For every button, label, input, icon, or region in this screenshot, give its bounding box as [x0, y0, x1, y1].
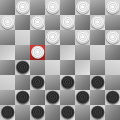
- white-piece[interactable]: [106, 30, 120, 44]
- black-piece[interactable]: [106, 90, 120, 104]
- square-r2c7[interactable]: [105, 30, 120, 45]
- square-r6c0[interactable]: [0, 90, 15, 105]
- square-r4c5[interactable]: [75, 60, 90, 75]
- square-r0c6[interactable]: [90, 0, 105, 15]
- square-r0c0[interactable]: [0, 0, 15, 15]
- square-r0c7[interactable]: [105, 0, 120, 15]
- square-r4c3[interactable]: [45, 60, 60, 75]
- square-r0c2[interactable]: [30, 0, 45, 15]
- square-r6c4[interactable]: [60, 90, 75, 105]
- black-piece[interactable]: [46, 90, 60, 104]
- white-piece[interactable]: [1, 15, 15, 28]
- square-r4c0[interactable]: [0, 60, 15, 75]
- square-r5c5[interactable]: [75, 75, 90, 90]
- white-piece[interactable]: [46, 0, 60, 14]
- square-r1c7[interactable]: [105, 15, 120, 30]
- square-r6c3[interactable]: [45, 90, 60, 105]
- white-piece[interactable]: [46, 30, 60, 44]
- white-piece[interactable]: [91, 15, 105, 28]
- black-piece[interactable]: [76, 90, 90, 104]
- black-piece[interactable]: [31, 75, 45, 89]
- square-r7c3[interactable]: [45, 105, 60, 120]
- square-r0c5[interactable]: [75, 0, 90, 15]
- square-r0c3[interactable]: [45, 0, 60, 15]
- square-r5c0[interactable]: [0, 75, 15, 90]
- white-piece[interactable]: [106, 0, 120, 14]
- square-r3c5[interactable]: [75, 45, 90, 60]
- square-r7c4[interactable]: [60, 105, 75, 120]
- white-piece[interactable]: [61, 15, 75, 28]
- square-r1c1[interactable]: [15, 15, 30, 30]
- square-r2c4[interactable]: [60, 30, 75, 45]
- square-r1c3[interactable]: [45, 15, 60, 30]
- square-r5c7[interactable]: [105, 75, 120, 90]
- square-r2c1[interactable]: [15, 30, 30, 45]
- square-r3c3[interactable]: [45, 45, 60, 60]
- square-r6c2[interactable]: [30, 90, 45, 105]
- white-piece[interactable]: [76, 30, 90, 44]
- square-r2c6[interactable]: [90, 30, 105, 45]
- square-r1c2[interactable]: [30, 15, 45, 30]
- black-piece[interactable]: [91, 105, 105, 119]
- square-r3c7[interactable]: [105, 45, 120, 60]
- square-r3c2-highlighted[interactable]: [30, 45, 45, 60]
- square-r2c0[interactable]: [0, 30, 15, 45]
- square-r7c0[interactable]: [0, 105, 15, 120]
- square-r1c0[interactable]: [0, 15, 15, 30]
- white-piece[interactable]: [76, 0, 90, 14]
- square-r2c2[interactable]: [30, 30, 45, 45]
- square-r3c1[interactable]: [15, 45, 30, 60]
- square-r6c5[interactable]: [75, 90, 90, 105]
- square-r3c6[interactable]: [90, 45, 105, 60]
- square-r6c1[interactable]: [15, 90, 30, 105]
- square-r3c4[interactable]: [60, 45, 75, 60]
- square-r4c2[interactable]: [30, 60, 45, 75]
- square-r7c1[interactable]: [15, 105, 30, 120]
- square-r4c7[interactable]: [105, 60, 120, 75]
- square-r5c1[interactable]: [15, 75, 30, 90]
- square-r1c4[interactable]: [60, 15, 75, 30]
- white-piece[interactable]: [31, 45, 45, 59]
- square-r5c6[interactable]: [90, 75, 105, 90]
- black-piece[interactable]: [91, 75, 105, 89]
- square-r5c4[interactable]: [60, 75, 75, 90]
- square-r4c1[interactable]: [15, 60, 30, 75]
- black-piece[interactable]: [16, 60, 30, 74]
- square-r5c3[interactable]: [45, 75, 60, 90]
- square-r6c6[interactable]: [90, 90, 105, 105]
- square-r7c2[interactable]: [30, 105, 45, 120]
- square-r7c7[interactable]: [105, 105, 120, 120]
- square-r2c5[interactable]: [75, 30, 90, 45]
- black-piece[interactable]: [31, 105, 45, 119]
- square-r3c0[interactable]: [0, 45, 15, 60]
- black-piece[interactable]: [61, 105, 75, 119]
- square-r1c6[interactable]: [90, 15, 105, 30]
- white-piece[interactable]: [16, 0, 30, 14]
- black-piece[interactable]: [16, 90, 30, 104]
- square-r6c7[interactable]: [105, 90, 120, 105]
- black-piece[interactable]: [1, 105, 15, 119]
- square-r1c5[interactable]: [75, 15, 90, 30]
- square-r7c6[interactable]: [90, 105, 105, 120]
- square-r0c4[interactable]: [60, 0, 75, 15]
- white-piece[interactable]: [31, 15, 45, 28]
- square-r0c1[interactable]: [15, 0, 30, 15]
- square-r4c6[interactable]: [90, 60, 105, 75]
- square-r2c3[interactable]: [45, 30, 60, 45]
- square-r7c5[interactable]: [75, 105, 90, 120]
- square-r5c2[interactable]: [30, 75, 45, 90]
- checkers-board: [0, 0, 120, 120]
- black-piece[interactable]: [61, 75, 75, 89]
- square-r4c4[interactable]: [60, 60, 75, 75]
